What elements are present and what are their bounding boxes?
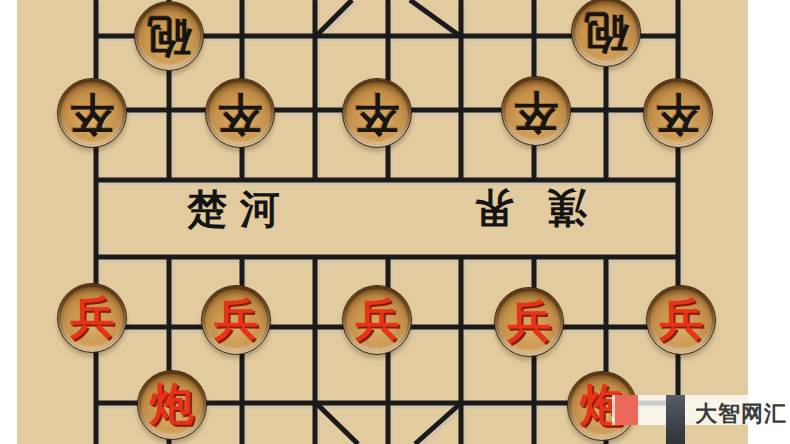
piece-black-soldier-i4[interactable]: 卒 bbox=[643, 78, 713, 148]
piece-red-soldier-i7[interactable]: 兵 bbox=[646, 285, 716, 355]
piece-red-soldier-e7[interactable]: 兵 bbox=[342, 285, 412, 355]
piece-black-soldier-a4[interactable]: 卒 bbox=[57, 78, 127, 148]
piece-glyph: 兵 bbox=[659, 298, 703, 342]
river-label-chu-he: 楚河 bbox=[187, 182, 293, 237]
piece-glyph: 炮 bbox=[150, 383, 194, 427]
piece-glyph: 卒 bbox=[70, 91, 114, 135]
piece-red-soldier-g7[interactable]: 兵 bbox=[494, 287, 564, 357]
piece-black-soldier-c4[interactable]: 卒 bbox=[205, 78, 275, 148]
watermark-text: 大智网汇 bbox=[695, 399, 787, 429]
piece-black-cannon-h3[interactable]: 砲 bbox=[571, 0, 641, 67]
piece-black-soldier-e4[interactable]: 卒 bbox=[342, 78, 412, 148]
piece-red-cannon-b8[interactable]: 炮 bbox=[137, 370, 207, 440]
piece-glyph: 卒 bbox=[514, 89, 558, 133]
piece-glyph: 兵 bbox=[214, 298, 258, 342]
piece-black-soldier-g4[interactable]: 卒 bbox=[501, 76, 571, 146]
piece-glyph: 砲 bbox=[584, 10, 628, 54]
piece-glyph: 兵 bbox=[70, 296, 114, 340]
piece-glyph: 卒 bbox=[355, 91, 399, 135]
piece-glyph: 卒 bbox=[218, 91, 262, 135]
piece-black-cannon-b3[interactable]: 砲 bbox=[134, 1, 204, 71]
piece-glyph: 砲 bbox=[147, 14, 191, 58]
river-label-han-jie: 漢界 bbox=[441, 180, 587, 235]
watermark-logo-dark-block bbox=[666, 395, 685, 444]
watermark-logo-red-block bbox=[615, 395, 638, 425]
piece-red-soldier-a7[interactable]: 兵 bbox=[57, 283, 127, 353]
piece-red-soldier-c7[interactable]: 兵 bbox=[201, 285, 271, 355]
board-grid-lines bbox=[0, 0, 790, 444]
xiangqi-board-screenshot: 楚河 漢界 砲砲卒卒卒卒卒兵兵兵兵兵炮炮 大智网汇 bbox=[0, 0, 790, 444]
piece-glyph: 卒 bbox=[656, 91, 700, 135]
piece-glyph: 兵 bbox=[507, 300, 551, 344]
piece-glyph: 兵 bbox=[355, 298, 399, 342]
